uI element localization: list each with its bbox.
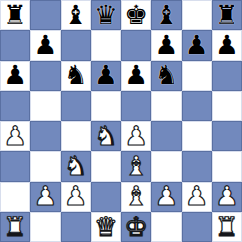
chess-board: ♜♝♛♚♝♜♟♟♟♟♟♞♟♟♞♟♞♟♞♝♟♟♝♟♟♟♜♛♚♜ (0, 0, 242, 242)
square-c7[interactable] (61, 30, 91, 60)
square-c8[interactable]: ♝ (61, 0, 91, 30)
black-pawn-piece[interactable]: ♟ (3, 62, 27, 89)
square-a2[interactable] (0, 182, 30, 212)
square-f3[interactable] (151, 151, 181, 181)
square-c2[interactable]: ♟ (61, 182, 91, 212)
square-f6[interactable]: ♞ (151, 61, 181, 91)
square-e8[interactable]: ♚ (121, 0, 151, 30)
square-c4[interactable] (61, 121, 91, 151)
square-h4[interactable] (212, 121, 242, 151)
square-h1[interactable]: ♜ (212, 212, 242, 242)
white-pawn-piece[interactable]: ♟ (154, 183, 178, 210)
white-pawn-piece[interactable]: ♟ (124, 123, 148, 150)
white-pawn-piece[interactable]: ♟ (33, 183, 57, 210)
black-knight-piece[interactable]: ♞ (64, 62, 88, 89)
square-g7[interactable]: ♟ (182, 30, 212, 60)
square-d1[interactable]: ♛ (91, 212, 121, 242)
black-pawn-piece[interactable]: ♟ (185, 32, 209, 59)
square-b6[interactable] (30, 61, 60, 91)
square-d8[interactable]: ♛ (91, 0, 121, 30)
black-bishop-piece[interactable]: ♝ (154, 2, 178, 29)
square-c3[interactable]: ♞ (61, 151, 91, 181)
white-rook-piece[interactable]: ♜ (215, 214, 239, 241)
square-d2[interactable] (91, 182, 121, 212)
square-f8[interactable]: ♝ (151, 0, 181, 30)
white-pawn-piece[interactable]: ♟ (64, 183, 88, 210)
square-a1[interactable]: ♜ (0, 212, 30, 242)
white-pawn-piece[interactable]: ♟ (185, 183, 209, 210)
square-f4[interactable] (151, 121, 181, 151)
square-h8[interactable]: ♜ (212, 0, 242, 30)
white-knight-piece[interactable]: ♞ (94, 123, 118, 150)
square-b3[interactable] (30, 151, 60, 181)
square-d4[interactable]: ♞ (91, 121, 121, 151)
square-d5[interactable] (91, 91, 121, 121)
square-b1[interactable] (30, 212, 60, 242)
square-e5[interactable] (121, 91, 151, 121)
white-bishop-piece[interactable]: ♝ (124, 183, 148, 210)
square-g6[interactable] (182, 61, 212, 91)
square-e1[interactable]: ♚ (121, 212, 151, 242)
square-a3[interactable] (0, 151, 30, 181)
black-pawn-piece[interactable]: ♟ (154, 32, 178, 59)
square-a7[interactable] (0, 30, 30, 60)
square-g5[interactable] (182, 91, 212, 121)
square-c6[interactable]: ♞ (61, 61, 91, 91)
square-b8[interactable] (30, 0, 60, 30)
square-f5[interactable] (151, 91, 181, 121)
square-a8[interactable]: ♜ (0, 0, 30, 30)
square-a4[interactable]: ♟ (0, 121, 30, 151)
square-d6[interactable]: ♟ (91, 61, 121, 91)
white-bishop-piece[interactable]: ♝ (124, 153, 148, 180)
black-king-piece[interactable]: ♚ (124, 2, 148, 29)
square-h5[interactable] (212, 91, 242, 121)
black-rook-piece[interactable]: ♜ (215, 2, 239, 29)
square-a5[interactable] (0, 91, 30, 121)
black-pawn-piece[interactable]: ♟ (94, 62, 118, 89)
square-g8[interactable] (182, 0, 212, 30)
square-g3[interactable] (182, 151, 212, 181)
square-h7[interactable]: ♟ (212, 30, 242, 60)
square-a6[interactable]: ♟ (0, 61, 30, 91)
white-pawn-piece[interactable]: ♟ (3, 123, 27, 150)
square-h6[interactable] (212, 61, 242, 91)
square-g2[interactable]: ♟ (182, 182, 212, 212)
square-e4[interactable]: ♟ (121, 121, 151, 151)
square-f2[interactable]: ♟ (151, 182, 181, 212)
square-b4[interactable] (30, 121, 60, 151)
square-e6[interactable]: ♟ (121, 61, 151, 91)
square-g1[interactable] (182, 212, 212, 242)
white-queen-piece[interactable]: ♛ (94, 214, 118, 241)
square-f7[interactable]: ♟ (151, 30, 181, 60)
black-pawn-piece[interactable]: ♟ (124, 62, 148, 89)
square-h3[interactable] (212, 151, 242, 181)
square-b7[interactable]: ♟ (30, 30, 60, 60)
white-rook-piece[interactable]: ♜ (3, 214, 27, 241)
square-d7[interactable] (91, 30, 121, 60)
square-h2[interactable]: ♟ (212, 182, 242, 212)
white-king-piece[interactable]: ♚ (124, 214, 148, 241)
black-queen-piece[interactable]: ♛ (94, 2, 118, 29)
square-g4[interactable] (182, 121, 212, 151)
square-e7[interactable] (121, 30, 151, 60)
black-pawn-piece[interactable]: ♟ (215, 32, 239, 59)
black-rook-piece[interactable]: ♜ (3, 2, 27, 29)
white-pawn-piece[interactable]: ♟ (215, 183, 239, 210)
square-b5[interactable] (30, 91, 60, 121)
square-d3[interactable] (91, 151, 121, 181)
white-knight-piece[interactable]: ♞ (64, 153, 88, 180)
black-knight-piece[interactable]: ♞ (154, 62, 178, 89)
square-c5[interactable] (61, 91, 91, 121)
square-c1[interactable] (61, 212, 91, 242)
square-e3[interactable]: ♝ (121, 151, 151, 181)
black-bishop-piece[interactable]: ♝ (64, 2, 88, 29)
square-f1[interactable] (151, 212, 181, 242)
square-e2[interactable]: ♝ (121, 182, 151, 212)
black-pawn-piece[interactable]: ♟ (33, 32, 57, 59)
square-b2[interactable]: ♟ (30, 182, 60, 212)
